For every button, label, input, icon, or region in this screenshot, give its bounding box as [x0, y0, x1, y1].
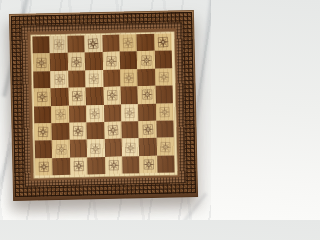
rosette-medallion-icon: [142, 158, 155, 171]
square-f5[interactable]: [121, 86, 139, 104]
square-h2[interactable]: [156, 138, 174, 156]
square-f6[interactable]: [120, 69, 138, 87]
wooden-chessboard: [9, 10, 198, 201]
rosette-medallion-icon: [140, 88, 153, 101]
square-a7[interactable]: [33, 54, 51, 72]
rosette-medallion-icon: [88, 107, 102, 121]
square-b3[interactable]: [52, 123, 70, 141]
square-b4[interactable]: [51, 105, 69, 123]
square-g7[interactable]: [137, 51, 155, 69]
rosette-medallion-icon: [105, 89, 118, 102]
rosette-medallion-icon: [156, 35, 170, 49]
rosette-medallion-icon: [54, 142, 67, 155]
rosette-medallion-icon: [36, 90, 50, 104]
square-h8[interactable]: [154, 33, 172, 51]
square-h1[interactable]: [157, 155, 175, 173]
square-c2[interactable]: [70, 140, 88, 158]
maple-inlay-strip: [30, 31, 177, 178]
rosette-medallion-icon: [158, 105, 172, 119]
rosette-medallion-icon: [159, 140, 172, 153]
rosette-medallion-icon: [89, 142, 102, 155]
rosette-medallion-icon: [122, 71, 135, 84]
square-d3[interactable]: [87, 122, 105, 140]
square-d2[interactable]: [87, 139, 105, 157]
square-h7[interactable]: [155, 51, 173, 69]
square-c1[interactable]: [70, 157, 88, 175]
square-g8[interactable]: [137, 34, 155, 52]
square-a6[interactable]: [33, 71, 51, 89]
rosette-medallion-icon: [53, 107, 67, 121]
square-e1[interactable]: [105, 156, 123, 174]
square-e5[interactable]: [103, 87, 121, 105]
square-g6[interactable]: [138, 69, 156, 87]
square-b1[interactable]: [53, 158, 71, 176]
square-d7[interactable]: [85, 52, 103, 70]
rosette-medallion-icon: [121, 36, 135, 50]
playing-field-wrap: [32, 33, 174, 175]
square-c8[interactable]: [67, 35, 85, 53]
square-c5[interactable]: [68, 88, 86, 106]
square-a4[interactable]: [34, 106, 52, 124]
rosette-medallion-icon: [37, 160, 50, 173]
square-h3[interactable]: [156, 120, 174, 138]
rosette-medallion-icon: [72, 159, 85, 172]
rosette-medallion-icon: [105, 54, 118, 67]
carved-border-inner-band: [21, 22, 186, 187]
square-c4[interactable]: [69, 105, 87, 123]
square-e2[interactable]: [104, 139, 122, 157]
square-c7[interactable]: [68, 53, 86, 71]
rosette-medallion-icon: [86, 37, 100, 51]
rosette-medallion-icon: [70, 90, 84, 104]
square-f4[interactable]: [121, 104, 139, 122]
square-c3[interactable]: [69, 122, 87, 140]
square-f2[interactable]: [122, 139, 140, 157]
square-f3[interactable]: [121, 121, 139, 139]
square-e8[interactable]: [102, 35, 120, 53]
rosette-medallion-icon: [53, 73, 66, 86]
rosette-medallion-icon: [35, 56, 48, 69]
square-a5[interactable]: [34, 88, 52, 106]
frame-inner-margin: [27, 28, 179, 180]
square-e4[interactable]: [104, 104, 122, 122]
square-g1[interactable]: [139, 156, 157, 174]
rosette-medallion-icon: [141, 123, 155, 137]
marble-countertop: [0, 0, 211, 220]
square-a2[interactable]: [35, 141, 53, 159]
square-c6[interactable]: [68, 70, 86, 88]
rosette-medallion-icon: [88, 72, 101, 85]
square-a1[interactable]: [35, 158, 53, 176]
rosette-medallion-icon: [70, 55, 83, 68]
square-b7[interactable]: [50, 53, 68, 71]
rosette-medallion-icon: [37, 125, 50, 138]
chess-board: [32, 33, 174, 175]
square-b5[interactable]: [51, 88, 69, 106]
square-h4[interactable]: [156, 103, 174, 121]
square-e7[interactable]: [102, 52, 120, 70]
carved-border-outer-band: [11, 12, 196, 197]
rosette-medallion-icon: [71, 125, 84, 138]
rosette-medallion-icon: [123, 106, 137, 120]
rosette-medallion-icon: [139, 53, 152, 66]
square-g2[interactable]: [139, 138, 157, 156]
rosette-medallion-icon: [106, 123, 120, 137]
square-g3[interactable]: [139, 121, 157, 139]
square-d4[interactable]: [86, 105, 104, 123]
rosette-medallion-icon: [52, 38, 65, 51]
rosette-medallion-icon: [107, 159, 120, 172]
rosette-medallion-icon: [157, 71, 170, 84]
square-d6[interactable]: [85, 70, 103, 88]
square-f1[interactable]: [122, 156, 140, 174]
square-b2[interactable]: [52, 140, 70, 158]
square-f7[interactable]: [120, 52, 138, 70]
square-e6[interactable]: [103, 69, 121, 87]
square-g5[interactable]: [138, 86, 156, 104]
square-a8[interactable]: [32, 36, 50, 54]
square-e3[interactable]: [104, 122, 122, 140]
rosette-medallion-icon: [124, 141, 137, 154]
square-g4[interactable]: [138, 103, 156, 121]
square-a3[interactable]: [34, 123, 52, 141]
square-b8[interactable]: [50, 36, 68, 54]
square-d8[interactable]: [85, 35, 103, 53]
square-d1[interactable]: [87, 157, 105, 175]
square-h6[interactable]: [155, 68, 173, 86]
square-b6[interactable]: [51, 71, 69, 89]
square-d5[interactable]: [86, 87, 104, 105]
square-h5[interactable]: [155, 86, 173, 104]
square-f8[interactable]: [119, 34, 137, 52]
